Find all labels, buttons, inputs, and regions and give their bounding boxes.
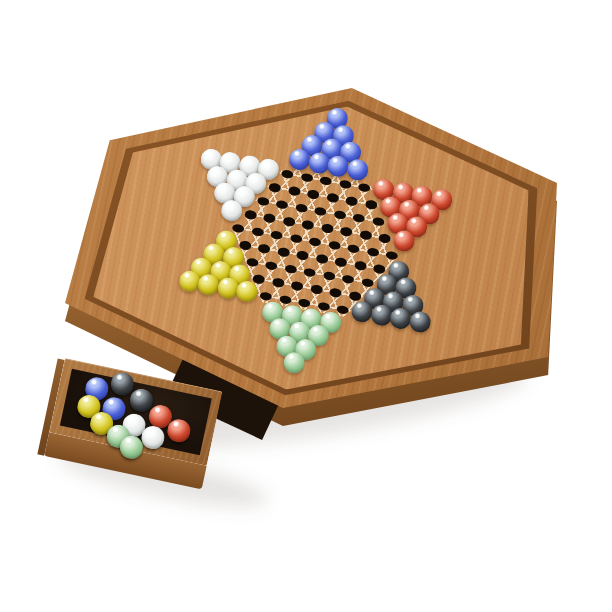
hole (321, 223, 334, 233)
hole (310, 284, 323, 294)
hole (317, 301, 330, 311)
hole (364, 199, 377, 209)
hole (258, 243, 271, 253)
hole (298, 298, 311, 308)
hole (303, 267, 316, 277)
hole (366, 247, 379, 257)
hole (308, 237, 321, 247)
hole (348, 291, 361, 301)
hole (354, 260, 367, 270)
hole (251, 226, 264, 236)
hole (296, 250, 309, 260)
hole (284, 264, 297, 274)
hole (333, 209, 346, 219)
occupied-hole (346, 161, 368, 180)
hole (232, 223, 245, 233)
occupied-hole (409, 314, 431, 333)
hole (319, 175, 332, 185)
hole (259, 291, 272, 301)
hole (335, 257, 348, 267)
hole (329, 287, 342, 297)
hole (289, 233, 302, 243)
hole (301, 220, 314, 230)
hole (270, 230, 283, 240)
hole (291, 281, 304, 291)
hole (341, 274, 354, 284)
hole (373, 264, 386, 274)
hole (326, 192, 339, 202)
hole (275, 199, 288, 209)
hole (263, 213, 276, 223)
hole (265, 260, 278, 270)
hole (358, 182, 371, 192)
hole (345, 196, 358, 206)
board-rows (167, 90, 463, 394)
hole (328, 240, 341, 250)
hole (272, 277, 285, 287)
occupied-hole (393, 232, 415, 251)
hole (281, 169, 294, 179)
hole (307, 189, 320, 199)
hole (244, 209, 257, 219)
occupied-hole (308, 154, 330, 173)
hole (359, 230, 372, 240)
hole (288, 186, 301, 196)
occupied-hole (283, 355, 305, 374)
hole (245, 257, 258, 267)
hole (338, 179, 351, 189)
hole (278, 294, 291, 304)
hole (371, 216, 384, 226)
hole (252, 274, 265, 284)
star-grid (167, 90, 463, 394)
hole (385, 250, 398, 260)
hole (352, 213, 365, 223)
hole (361, 277, 374, 287)
occupied-hole (217, 280, 239, 299)
hole (340, 226, 353, 236)
hole (300, 172, 313, 182)
hole (268, 182, 281, 192)
occupied-hole (178, 273, 200, 292)
hole (314, 206, 327, 216)
hole (378, 233, 391, 243)
hole (347, 243, 360, 253)
hole (282, 216, 295, 226)
product-photo-stage (0, 0, 612, 612)
hole (256, 196, 269, 206)
hole (336, 304, 349, 314)
occupied-hole (370, 307, 392, 326)
occupied-hole (220, 202, 242, 221)
hole (277, 247, 290, 257)
hole (315, 253, 328, 263)
hole (322, 270, 335, 280)
hole (295, 203, 308, 213)
